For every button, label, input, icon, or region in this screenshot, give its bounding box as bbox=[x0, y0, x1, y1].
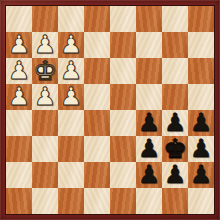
square-d7[interactable] bbox=[84, 32, 110, 58]
square-d2[interactable] bbox=[84, 162, 110, 188]
square-a3[interactable] bbox=[6, 136, 32, 162]
white-pawn[interactable]: ♟ bbox=[6, 58, 32, 84]
square-f4[interactable]: ♟ bbox=[136, 110, 162, 136]
black-pawn[interactable]: ♟ bbox=[188, 136, 214, 162]
square-h2[interactable]: ♟ bbox=[188, 162, 214, 188]
square-c5[interactable]: ♟ bbox=[58, 84, 84, 110]
square-h3[interactable]: ♟ bbox=[188, 136, 214, 162]
square-d4[interactable] bbox=[84, 110, 110, 136]
square-b4[interactable] bbox=[32, 110, 58, 136]
black-pawn[interactable]: ♟ bbox=[136, 136, 162, 162]
square-c6[interactable]: ♟ bbox=[58, 58, 84, 84]
square-h4[interactable]: ♟ bbox=[188, 110, 214, 136]
square-e8[interactable] bbox=[110, 6, 136, 32]
square-b3[interactable] bbox=[32, 136, 58, 162]
square-h1[interactable] bbox=[188, 188, 214, 214]
square-a6[interactable]: ♟ bbox=[6, 58, 32, 84]
square-e3[interactable] bbox=[110, 136, 136, 162]
white-pawn[interactable]: ♟ bbox=[6, 84, 32, 110]
board-frame: ♟♟♟♟♚♟♟♟♟♟♟♟♟♚♟♟♟♟ bbox=[0, 0, 220, 220]
square-d1[interactable] bbox=[84, 188, 110, 214]
white-king[interactable]: ♚ bbox=[32, 58, 58, 84]
black-pawn[interactable]: ♟ bbox=[162, 162, 188, 188]
square-c1[interactable] bbox=[58, 188, 84, 214]
square-h6[interactable] bbox=[188, 58, 214, 84]
square-a8[interactable] bbox=[6, 6, 32, 32]
square-b8[interactable] bbox=[32, 6, 58, 32]
square-f8[interactable] bbox=[136, 6, 162, 32]
square-h7[interactable] bbox=[188, 32, 214, 58]
black-pawn[interactable]: ♟ bbox=[136, 162, 162, 188]
square-d6[interactable] bbox=[84, 58, 110, 84]
square-f3[interactable]: ♟ bbox=[136, 136, 162, 162]
square-d3[interactable] bbox=[84, 136, 110, 162]
square-a7[interactable]: ♟ bbox=[6, 32, 32, 58]
black-pawn[interactable]: ♟ bbox=[188, 110, 214, 136]
square-c8[interactable] bbox=[58, 6, 84, 32]
square-b5[interactable]: ♟ bbox=[32, 84, 58, 110]
square-c4[interactable] bbox=[58, 110, 84, 136]
square-h5[interactable] bbox=[188, 84, 214, 110]
square-d5[interactable] bbox=[84, 84, 110, 110]
white-pawn[interactable]: ♟ bbox=[58, 84, 84, 110]
square-g7[interactable] bbox=[162, 32, 188, 58]
black-pawn[interactable]: ♟ bbox=[188, 162, 214, 188]
square-c2[interactable] bbox=[58, 162, 84, 188]
square-e7[interactable] bbox=[110, 32, 136, 58]
square-g8[interactable] bbox=[162, 6, 188, 32]
white-pawn[interactable]: ♟ bbox=[58, 58, 84, 84]
square-e5[interactable] bbox=[110, 84, 136, 110]
square-g5[interactable] bbox=[162, 84, 188, 110]
square-f1[interactable] bbox=[136, 188, 162, 214]
square-b6[interactable]: ♚ bbox=[32, 58, 58, 84]
square-b2[interactable] bbox=[32, 162, 58, 188]
square-f6[interactable] bbox=[136, 58, 162, 84]
white-pawn[interactable]: ♟ bbox=[58, 32, 84, 58]
square-b1[interactable] bbox=[32, 188, 58, 214]
square-f7[interactable] bbox=[136, 32, 162, 58]
white-pawn[interactable]: ♟ bbox=[32, 84, 58, 110]
square-f5[interactable] bbox=[136, 84, 162, 110]
square-e6[interactable] bbox=[110, 58, 136, 84]
square-g6[interactable] bbox=[162, 58, 188, 84]
square-e4[interactable] bbox=[110, 110, 136, 136]
chess-board: ♟♟♟♟♚♟♟♟♟♟♟♟♟♚♟♟♟♟ bbox=[6, 6, 214, 214]
square-f2[interactable]: ♟ bbox=[136, 162, 162, 188]
square-d8[interactable] bbox=[84, 6, 110, 32]
square-a1[interactable] bbox=[6, 188, 32, 214]
square-e2[interactable] bbox=[110, 162, 136, 188]
square-g1[interactable] bbox=[162, 188, 188, 214]
square-e1[interactable] bbox=[110, 188, 136, 214]
square-a5[interactable]: ♟ bbox=[6, 84, 32, 110]
square-g3[interactable]: ♚ bbox=[162, 136, 188, 162]
black-pawn[interactable]: ♟ bbox=[136, 110, 162, 136]
square-a2[interactable] bbox=[6, 162, 32, 188]
square-g2[interactable]: ♟ bbox=[162, 162, 188, 188]
square-c3[interactable] bbox=[58, 136, 84, 162]
square-c7[interactable]: ♟ bbox=[58, 32, 84, 58]
square-a4[interactable] bbox=[6, 110, 32, 136]
square-h8[interactable] bbox=[188, 6, 214, 32]
black-king[interactable]: ♚ bbox=[162, 136, 188, 162]
white-pawn[interactable]: ♟ bbox=[6, 32, 32, 58]
